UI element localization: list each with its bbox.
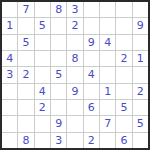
cell-r6c1-empty[interactable] [2,84,17,99]
cell-r3c4-empty[interactable] [51,35,66,50]
cell-r7c8-given[interactable]: 5 [116,100,131,115]
cell-r9c6-given[interactable]: 2 [84,133,99,148]
cell-r7c5-empty[interactable] [67,100,82,115]
cell-r4c5-given[interactable]: 8 [67,51,82,66]
cell-r1c5-given[interactable]: 3 [67,2,82,17]
cell-r2c3-given[interactable]: 5 [35,18,50,33]
cell-r3c6-given[interactable]: 9 [84,35,99,50]
cell-r5c3-empty[interactable] [35,67,50,82]
cell-r7c1-empty[interactable] [2,100,17,115]
cell-r9c5-empty[interactable] [67,133,82,148]
cell-r5c4-given[interactable]: 5 [51,67,66,82]
cell-r3c5-empty[interactable] [67,35,82,50]
cell-r1c3-empty[interactable] [35,2,50,17]
cell-r8c1-empty[interactable] [2,116,17,131]
cell-r9c9-empty[interactable] [133,133,148,148]
cell-r5c8-empty[interactable] [116,67,131,82]
cell-r2c6-empty[interactable] [84,18,99,33]
cell-r6c4-empty[interactable] [51,84,66,99]
cell-r4c9-given[interactable]: 1 [133,51,148,66]
cell-r2c4-empty[interactable] [51,18,66,33]
cell-r3c9-empty[interactable] [133,35,148,50]
cell-r1c9-empty[interactable] [133,2,148,17]
cell-r4c7-empty[interactable] [100,51,115,66]
cell-r8c9-given[interactable]: 5 [133,116,148,131]
cell-r8c8-empty[interactable] [116,116,131,131]
cell-r7c7-empty[interactable] [100,100,115,115]
cell-r5c2-given[interactable]: 2 [18,67,33,82]
cell-r7c4-empty[interactable] [51,100,66,115]
cell-r8c7-given[interactable]: 7 [100,116,115,131]
cell-r6c5-given[interactable]: 9 [67,84,82,99]
cell-r1c8-empty[interactable] [116,2,131,17]
cell-r8c3-empty[interactable] [35,116,50,131]
cell-r3c1-empty[interactable] [2,35,17,50]
cell-r7c6-given[interactable]: 6 [84,100,99,115]
cell-r7c3-given[interactable]: 2 [35,100,50,115]
cell-r1c1-empty[interactable] [2,2,17,17]
cell-r9c4-given[interactable]: 3 [51,133,66,148]
cell-r2c9-given[interactable]: 9 [133,18,148,33]
cell-r3c3-empty[interactable] [35,35,50,50]
cell-r6c2-empty[interactable] [18,84,33,99]
cell-r2c1-given[interactable]: 1 [2,18,17,33]
cell-r2c8-empty[interactable] [116,18,131,33]
cell-r9c3-empty[interactable] [35,133,50,148]
cell-r8c5-empty[interactable] [67,116,82,131]
cell-r3c7-given[interactable]: 4 [100,35,115,50]
cell-r7c2-empty[interactable] [18,100,33,115]
cell-r9c7-empty[interactable] [100,133,115,148]
cell-r6c8-empty[interactable] [116,84,131,99]
cell-r4c4-empty[interactable] [51,51,66,66]
cell-r1c7-empty[interactable] [100,2,115,17]
cell-r5c7-empty[interactable] [100,67,115,82]
cell-r3c2-given[interactable]: 5 [18,35,33,50]
cell-r7c9-empty[interactable] [133,100,148,115]
cell-r9c8-given[interactable]: 6 [116,133,131,148]
cell-r6c7-given[interactable]: 1 [100,84,115,99]
cell-r1c4-given[interactable]: 8 [51,2,66,17]
cell-r4c6-empty[interactable] [84,51,99,66]
cell-r6c6-empty[interactable] [84,84,99,99]
cell-r8c6-empty[interactable] [84,116,99,131]
cell-r9c2-given[interactable]: 8 [18,133,33,148]
cell-r6c9-given[interactable]: 2 [133,84,148,99]
cell-r1c6-empty[interactable] [84,2,99,17]
cell-r5c9-empty[interactable] [133,67,148,82]
cell-r4c3-empty[interactable] [35,51,50,66]
cell-r9c1-empty[interactable] [2,133,17,148]
cell-r8c2-empty[interactable] [18,116,33,131]
cell-r2c5-given[interactable]: 2 [67,18,82,33]
cell-r8c4-given[interactable]: 9 [51,116,66,131]
cell-r3c8-empty[interactable] [116,35,131,50]
cell-r5c5-empty[interactable] [67,67,82,82]
sudoku-board: 78315295944821325449122659758326 [0,0,150,150]
cell-r1c2-given[interactable]: 7 [18,2,33,17]
cell-r4c8-given[interactable]: 2 [116,51,131,66]
cell-r4c1-given[interactable]: 4 [2,51,17,66]
cell-r4c2-empty[interactable] [18,51,33,66]
cell-r6c3-given[interactable]: 4 [35,84,50,99]
cell-r2c2-empty[interactable] [18,18,33,33]
cell-r5c1-given[interactable]: 3 [2,67,17,82]
cell-r2c7-empty[interactable] [100,18,115,33]
cell-r5c6-given[interactable]: 4 [84,67,99,82]
